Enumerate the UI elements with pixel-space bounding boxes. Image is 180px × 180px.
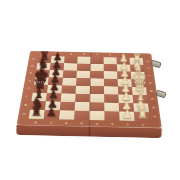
piece-black-pawn: ♟ (46, 106, 57, 118)
square-e4 (90, 78, 104, 86)
square-b4 (89, 102, 104, 111)
piece-black-rook: ♜ (30, 105, 42, 118)
coordinate-label: D (25, 85, 32, 93)
fold-seam-front (89, 127, 90, 137)
square-a6 (59, 110, 75, 119)
coordinate-label: 7 (43, 121, 59, 125)
square-c3 (104, 94, 119, 103)
coordinate-label: 3 (104, 122, 119, 126)
piece-white-rook: ♜ (136, 107, 148, 120)
chess-board: 87654321 87654321 HGFEDCBA HGFEDCBA ♜♟♟♜… (17, 51, 162, 128)
board-front-edge (16, 125, 161, 138)
square-d3 (104, 86, 118, 94)
coordinate-label: A (20, 110, 28, 119)
coordinate-label: 6 (65, 53, 78, 56)
square-a2: ♟ (119, 112, 135, 121)
coordinate-label: B (22, 101, 30, 110)
coordinate-label: B (150, 104, 157, 113)
square-b5 (75, 102, 90, 111)
square-a5 (74, 111, 89, 120)
square-c6 (61, 93, 76, 102)
coordinate-label: C (23, 93, 31, 101)
coordinate-label: 5 (74, 122, 89, 126)
square-a8: ♜ (29, 110, 45, 119)
square-b3 (104, 103, 119, 112)
square-a7: ♟ (44, 110, 60, 119)
perspective-scene: 87654321 87654321 HGFEDCBA HGFEDCBA ♜♟♟♜… (23, 19, 158, 154)
square-d6 (61, 85, 76, 93)
coordinate-label: D (148, 87, 155, 95)
coordinate-label: E (147, 80, 154, 88)
coordinate-label: 4 (91, 53, 104, 56)
coordinate-label: 4 (89, 122, 104, 126)
chess-set-product-photo[interactable]: 87654321 87654321 HGFEDCBA HGFEDCBA ♜♟♟♜… (0, 0, 180, 180)
coordinate-label: 8 (28, 121, 44, 125)
coordinate-label: A (151, 112, 159, 121)
coordinate-label: C (149, 95, 156, 103)
coordinate-label: 1 (135, 123, 151, 127)
square-d5 (76, 86, 90, 94)
coordinate-label: 3 (104, 53, 117, 56)
square-a1: ♜ (134, 112, 150, 121)
square-c5 (75, 94, 90, 103)
coordinate-label: 2 (120, 123, 136, 127)
square-b6 (60, 102, 75, 111)
square-a3 (104, 111, 119, 120)
coordinate-label: 5 (78, 53, 91, 56)
piece-white-pawn: ♟ (122, 108, 133, 120)
square-a4 (89, 111, 104, 120)
square-c4 (90, 94, 105, 103)
square-d4 (90, 86, 104, 94)
coordinate-label: 6 (58, 121, 74, 125)
